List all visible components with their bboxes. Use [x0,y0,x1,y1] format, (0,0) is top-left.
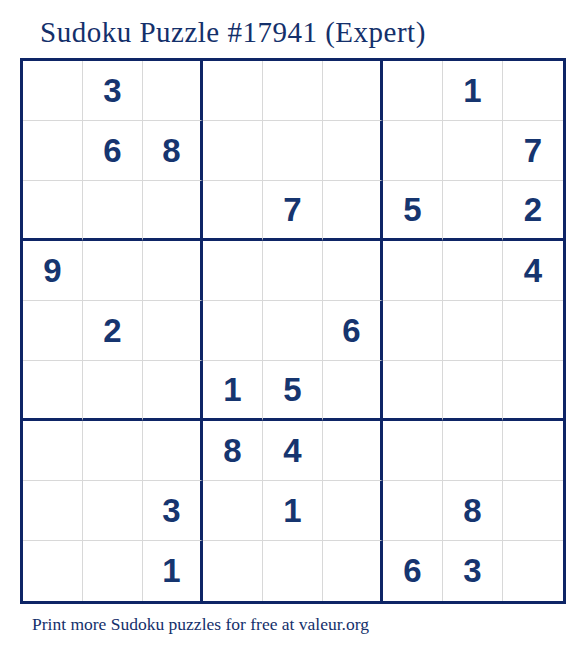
cell-r6c7 [383,361,443,421]
cell-r7c2 [83,421,143,481]
cell-r8c6 [323,481,383,541]
page-title: Sudoku Puzzle #17941 (Expert) [40,16,426,49]
cell-r7c9 [503,421,563,481]
cell-r5c2: 2 [83,301,143,361]
cell-r3c3 [143,181,203,241]
cell-r4c5 [263,241,323,301]
sudoku-page: Sudoku Puzzle #17941 (Expert) 3168775294… [0,0,580,651]
cell-r5c9 [503,301,563,361]
cell-r7c3 [143,421,203,481]
cell-r1c9 [503,61,563,121]
cell-r4c2 [83,241,143,301]
sudoku-board: 3168775294261584318163 [20,58,566,604]
cell-r9c6 [323,541,383,601]
cell-r3c9: 2 [503,181,563,241]
cell-r7c8 [443,421,503,481]
cell-r5c1 [23,301,83,361]
cell-r9c1 [23,541,83,601]
cell-r4c9: 4 [503,241,563,301]
cell-r6c5: 5 [263,361,323,421]
cell-r1c1 [23,61,83,121]
footer-text: Print more Sudoku puzzles for free at va… [32,614,369,635]
cell-r2c1 [23,121,83,181]
cell-r3c5: 7 [263,181,323,241]
cell-r1c4 [203,61,263,121]
cell-r1c7 [383,61,443,121]
cell-r6c3 [143,361,203,421]
cell-r6c6 [323,361,383,421]
cell-r4c7 [383,241,443,301]
cell-r9c2 [83,541,143,601]
cell-r5c8 [443,301,503,361]
cell-r4c6 [323,241,383,301]
cell-r3c1 [23,181,83,241]
cell-r6c4: 1 [203,361,263,421]
cell-r8c3: 3 [143,481,203,541]
cell-r8c1 [23,481,83,541]
cell-r4c1: 9 [23,241,83,301]
cell-r3c2 [83,181,143,241]
cell-r8c2 [83,481,143,541]
cell-r3c8 [443,181,503,241]
cell-r6c1 [23,361,83,421]
cell-r6c8 [443,361,503,421]
cell-r3c6 [323,181,383,241]
cell-r1c2: 3 [83,61,143,121]
cell-r1c8: 1 [443,61,503,121]
cell-r3c7: 5 [383,181,443,241]
cell-r2c7 [383,121,443,181]
cell-r6c9 [503,361,563,421]
cell-r8c9 [503,481,563,541]
cell-r7c5: 4 [263,421,323,481]
cell-r2c2: 6 [83,121,143,181]
cell-r7c7 [383,421,443,481]
cell-r9c5 [263,541,323,601]
cell-r9c4 [203,541,263,601]
cell-r9c3: 1 [143,541,203,601]
cell-r2c4 [203,121,263,181]
cell-r5c4 [203,301,263,361]
cell-r5c3 [143,301,203,361]
cell-r4c4 [203,241,263,301]
cell-r8c7 [383,481,443,541]
cell-r2c5 [263,121,323,181]
cell-r1c3 [143,61,203,121]
cell-r7c4: 8 [203,421,263,481]
cell-r7c1 [23,421,83,481]
cell-r9c9 [503,541,563,601]
cell-r5c6: 6 [323,301,383,361]
cell-r7c6 [323,421,383,481]
cell-r1c6 [323,61,383,121]
cell-r8c5: 1 [263,481,323,541]
cell-r2c9: 7 [503,121,563,181]
cell-r9c8: 3 [443,541,503,601]
cell-r8c4 [203,481,263,541]
cell-r8c8: 8 [443,481,503,541]
cell-r5c7 [383,301,443,361]
cell-r5c5 [263,301,323,361]
cell-r2c8 [443,121,503,181]
cell-r4c3 [143,241,203,301]
cell-r2c6 [323,121,383,181]
cell-r4c8 [443,241,503,301]
cell-r1c5 [263,61,323,121]
cell-r3c4 [203,181,263,241]
cell-r2c3: 8 [143,121,203,181]
cell-r9c7: 6 [383,541,443,601]
cell-r6c2 [83,361,143,421]
